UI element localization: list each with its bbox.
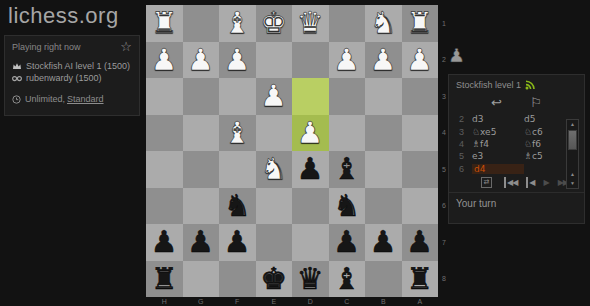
player-white-row[interactable]: Stockfish AI level 1 (1500) <box>12 60 132 72</box>
black-move[interactable]: ♘c6 <box>524 127 562 137</box>
black-p-piece[interactable]: ♟ <box>297 151 324 188</box>
move-row: 4♗f4♘f6 <box>454 138 562 150</box>
white-b-piece[interactable]: ♝ <box>224 5 251 42</box>
white-p-piece[interactable]: ♟ <box>370 42 397 79</box>
square-d2[interactable] <box>292 42 329 79</box>
square-b6[interactable] <box>365 188 402 225</box>
move-list-scrollbar[interactable]: ▲ ▲ ▼ <box>566 119 579 189</box>
white-player-crown-icon <box>12 62 22 70</box>
square-a3[interactable] <box>402 78 439 115</box>
square-b3[interactable] <box>365 78 402 115</box>
chess-board: ♜♝♚♛♞♜♟♟♟♟♟♟♟♝♟♞♟♝♞♞♟♟♟♟♟♟♜♚♛♝♜ <box>146 5 438 297</box>
first-move-button[interactable]: ◀◀ <box>504 177 517 188</box>
square-c2[interactable]: ♟ <box>329 42 366 79</box>
file-label: B <box>365 298 402 306</box>
turn-status: Your turn <box>449 192 584 214</box>
file-label: F <box>219 298 256 306</box>
black-p-piece[interactable]: ♟ <box>406 224 433 261</box>
move-row: 2d3d5 <box>454 113 562 125</box>
square-b2[interactable]: ♟ <box>365 42 402 79</box>
game-controls-panel: Stockfish level 1 ↩ ⚐ 2d3d53♘xe5♘c64♗f4♘… <box>448 74 585 224</box>
square-h1[interactable]: ♜ <box>146 5 183 42</box>
square-g6[interactable] <box>183 188 220 225</box>
square-f8[interactable] <box>219 261 256 298</box>
time-control-label: Unlimited, <box>25 94 65 104</box>
square-a1[interactable]: ♜ <box>402 5 439 42</box>
takeback-button[interactable]: ↩ <box>491 96 502 110</box>
square-g4[interactable] <box>183 115 220 152</box>
move-number: 2 <box>454 114 464 124</box>
square-g8[interactable] <box>183 261 220 298</box>
square-c3[interactable] <box>329 78 366 115</box>
file-label: G <box>183 298 220 306</box>
square-f5[interactable] <box>219 151 256 188</box>
player-black-name: rubenwardy (1500) <box>26 73 102 83</box>
square-f2[interactable]: ♟ <box>219 42 256 79</box>
white-p-piece[interactable]: ♟ <box>297 115 324 152</box>
black-n-piece[interactable]: ♞ <box>224 188 251 225</box>
square-h4[interactable] <box>146 115 183 152</box>
white-move[interactable]: d3 <box>472 114 524 124</box>
square-f6[interactable]: ♞ <box>219 188 256 225</box>
square-a6[interactable] <box>402 188 439 225</box>
square-b1[interactable]: ♞ <box>365 5 402 42</box>
square-d8[interactable]: ♛ <box>292 261 329 298</box>
game-status-title: Playing right now <box>12 42 81 52</box>
game-info-panel: Playing right now ☆ Stockfish AI level 1… <box>4 35 140 116</box>
next-move-button[interactable]: ▶ <box>543 177 548 188</box>
variant-link[interactable]: Standard <box>67 94 104 104</box>
white-q-piece[interactable]: ♛ <box>297 5 324 42</box>
white-p-piece[interactable]: ♟ <box>224 42 251 79</box>
square-f3[interactable] <box>219 78 256 115</box>
clock-icon <box>12 95 21 104</box>
square-d5[interactable]: ♟ <box>292 151 329 188</box>
square-f1[interactable]: ♝ <box>219 5 256 42</box>
file-label: D <box>292 298 329 306</box>
white-n-piece[interactable]: ♞ <box>370 5 397 42</box>
scroll-down-arrow-icon[interactable]: ▼ <box>567 179 578 188</box>
move-number: 6 <box>454 164 464 174</box>
square-h5[interactable] <box>146 151 183 188</box>
move-number: 4 <box>454 139 464 149</box>
opponent-name-label: Stockfish level 1 <box>456 80 521 90</box>
black-r-piece[interactable]: ♜ <box>406 261 433 298</box>
square-d7[interactable] <box>292 224 329 261</box>
square-c8[interactable]: ♝ <box>329 261 366 298</box>
square-c5[interactable]: ♝ <box>329 151 366 188</box>
square-d3[interactable] <box>292 78 329 115</box>
rank-label: 8 <box>440 261 450 298</box>
square-c6[interactable]: ♞ <box>329 188 366 225</box>
white-k-piece[interactable]: ♚ <box>260 5 287 42</box>
square-g5[interactable] <box>183 151 220 188</box>
square-g2[interactable]: ♟ <box>183 42 220 79</box>
file-label: E <box>256 298 293 306</box>
move-row: 5e3♗c5 <box>454 150 562 162</box>
previous-move-button[interactable]: ◀ <box>526 177 534 188</box>
replay-mode-toggle[interactable]: ⇄ <box>481 177 492 188</box>
square-e2[interactable] <box>256 42 293 79</box>
square-c4[interactable] <box>329 115 366 152</box>
square-d6[interactable] <box>292 188 329 225</box>
square-f7[interactable]: ♟ <box>219 224 256 261</box>
square-h3[interactable] <box>146 78 183 115</box>
white-move[interactable]: e3 <box>472 151 524 161</box>
scroll-up-arrow-icon[interactable]: ▲ <box>567 120 578 129</box>
white-move[interactable]: ♘xe5 <box>472 127 524 137</box>
move-row: 6d4 <box>454 163 562 175</box>
square-e7[interactable] <box>256 224 293 261</box>
black-b-piece[interactable]: ♝ <box>333 261 360 298</box>
white-move[interactable]: d4 <box>472 164 524 174</box>
scroll-up2-arrow-icon[interactable]: ▲ <box>567 170 578 179</box>
rank-label: 7 <box>440 224 450 261</box>
square-g3[interactable] <box>183 78 220 115</box>
black-move[interactable]: ♗c5 <box>524 151 562 161</box>
black-r-piece[interactable]: ♜ <box>151 261 178 298</box>
player-black-row[interactable]: rubenwardy (1500) <box>12 72 132 84</box>
black-k-piece[interactable]: ♚ <box>260 261 287 298</box>
black-b-piece[interactable]: ♝ <box>333 151 360 188</box>
white-r-piece[interactable]: ♜ <box>406 5 433 42</box>
square-a7[interactable]: ♟ <box>402 224 439 261</box>
black-p-piece[interactable]: ♟ <box>151 224 178 261</box>
bookmark-star-icon[interactable]: ☆ <box>120 42 132 52</box>
square-b7[interactable]: ♟ <box>365 224 402 261</box>
square-c7[interactable]: ♟ <box>329 224 366 261</box>
square-e4[interactable] <box>256 115 293 152</box>
black-player-glasses-icon <box>12 74 22 82</box>
player-white-name: Stockfish AI level 1 (1500) <box>26 61 130 71</box>
square-a2[interactable]: ♟ <box>402 42 439 79</box>
black-p-piece[interactable]: ♟ <box>187 224 214 261</box>
square-g1[interactable] <box>183 5 220 42</box>
square-a4[interactable] <box>402 115 439 152</box>
square-e1[interactable]: ♚ <box>256 5 293 42</box>
engine-signal-icon <box>525 80 536 90</box>
black-p-piece[interactable]: ♟ <box>224 224 251 261</box>
square-b4[interactable] <box>365 115 402 152</box>
white-b-piece[interactable]: ♝ <box>224 115 251 152</box>
square-h8[interactable]: ♜ <box>146 261 183 298</box>
file-labels: HGFEDCBA <box>146 298 438 306</box>
move-list: 2d3d53♘xe5♘c64♗f4♘f65e3♗c56d4 <box>454 113 562 175</box>
site-logo[interactable]: lichess.org <box>8 3 119 29</box>
square-b8[interactable] <box>365 261 402 298</box>
square-e8[interactable]: ♚ <box>256 261 293 298</box>
white-n-piece[interactable]: ♞ <box>260 151 287 188</box>
white-p-piece[interactable]: ♟ <box>406 42 433 79</box>
board-area: ♜♝♚♛♞♜♟♟♟♟♟♟♟♝♟♞♟♝♞♞♟♟♟♟♟♟♜♚♛♝♜ HGFEDCBA… <box>146 5 438 306</box>
white-p-piece[interactable]: ♟ <box>187 42 214 79</box>
white-p-piece[interactable]: ♟ <box>151 42 178 79</box>
black-p-piece[interactable]: ♟ <box>333 224 360 261</box>
file-label: A <box>402 298 439 306</box>
square-a8[interactable]: ♜ <box>402 261 439 298</box>
file-label: C <box>329 298 366 306</box>
square-h2[interactable]: ♟ <box>146 42 183 79</box>
move-number: 3 <box>454 127 464 137</box>
square-g7[interactable]: ♟ <box>183 224 220 261</box>
captured-pawn-icon: ♟ <box>448 44 465 66</box>
scrollbar-thumb[interactable] <box>568 130 577 150</box>
square-c1[interactable] <box>329 5 366 42</box>
rank-label: 1 <box>440 5 450 42</box>
square-h6[interactable] <box>146 188 183 225</box>
move-row: 3♘xe5♘c6 <box>454 125 562 137</box>
white-r-piece[interactable]: ♜ <box>151 5 178 42</box>
square-e6[interactable] <box>256 188 293 225</box>
square-a5[interactable] <box>402 151 439 188</box>
resign-flag-button[interactable]: ⚐ <box>530 96 542 110</box>
black-q-piece[interactable]: ♛ <box>297 261 324 298</box>
square-e5[interactable]: ♞ <box>256 151 293 188</box>
square-e3[interactable]: ♟ <box>256 78 293 115</box>
square-b5[interactable] <box>365 151 402 188</box>
white-p-piece[interactable]: ♟ <box>260 78 287 115</box>
white-move[interactable]: ♗f4 <box>472 139 524 149</box>
file-label: H <box>146 298 183 306</box>
white-p-piece[interactable]: ♟ <box>333 42 360 79</box>
black-n-piece[interactable]: ♞ <box>333 188 360 225</box>
black-p-piece[interactable]: ♟ <box>370 224 397 261</box>
square-h7[interactable]: ♟ <box>146 224 183 261</box>
move-number: 5 <box>454 151 464 161</box>
black-move[interactable]: ♘f6 <box>524 139 562 149</box>
square-d1[interactable]: ♛ <box>292 5 329 42</box>
square-d4[interactable]: ♟ <box>292 115 329 152</box>
black-move[interactable]: d5 <box>524 114 562 124</box>
square-f4[interactable]: ♝ <box>219 115 256 152</box>
